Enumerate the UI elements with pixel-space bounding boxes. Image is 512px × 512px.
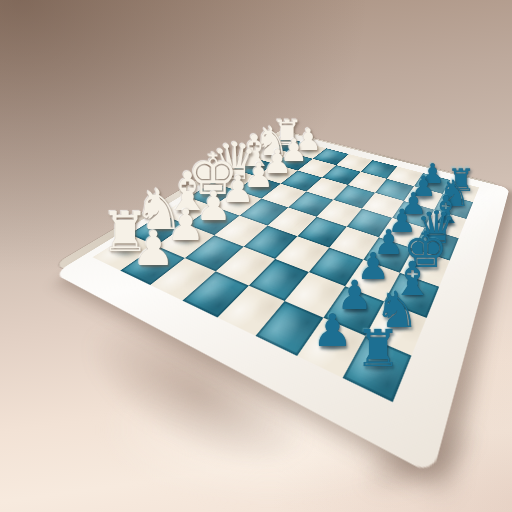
chess-set-photo: ♜♞♝♛♚♝♞♜♟♟♟♟♟♟♟♟♟♟♟♟♟♟♟♟♜♞♝♛♚♝♞♜	[0, 0, 512, 512]
